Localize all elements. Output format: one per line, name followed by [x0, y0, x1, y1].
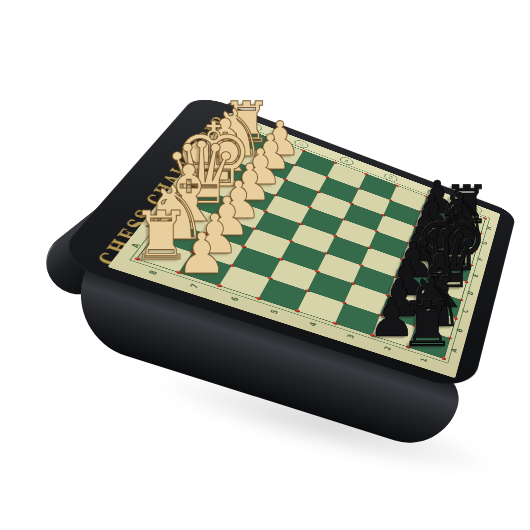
white-pawn-A7[interactable]: ♟: [177, 226, 228, 282]
chess-computer-photo: CHESS CHALLENGER 87654321AABBCCDDEEFFGGH…: [0, 0, 530, 530]
pieces-layer: ♜♟♞♟♝♟♚♟♛♟♟♝♜♟♟♞♞♟♟♝♜♟♚♟♟♛♟♝♟♞♟♜: [0, 0, 530, 530]
black-rook-A1[interactable]: ♜: [400, 294, 456, 356]
